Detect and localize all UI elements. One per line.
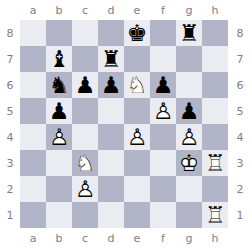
square-h6[interactable] <box>202 72 228 98</box>
square-a1[interactable] <box>20 202 46 228</box>
square-h1[interactable]: ♜♖ <box>202 202 228 228</box>
square-g8[interactable]: ♜ <box>176 20 202 46</box>
square-a4[interactable] <box>20 124 46 150</box>
square-f7[interactable] <box>150 46 176 72</box>
square-a2[interactable] <box>20 176 46 202</box>
file-label-bottom-a: a <box>20 228 46 249</box>
rank-label-left-7: 7 <box>0 46 20 72</box>
square-f6[interactable]: ♟ <box>150 72 176 98</box>
square-e4[interactable]: ♟♙ <box>124 124 150 150</box>
chess-diagram: abcdefgh8♚♜87♝♜76♞♟♟♞♘♟65♟♟♙♟54♟♙♟♙♟♙43♞… <box>0 0 252 249</box>
black-pawn-icon-g5[interactable]: ♟ <box>176 98 202 124</box>
square-h4[interactable] <box>202 124 228 150</box>
white-knight-outline: ♘ <box>124 72 150 98</box>
white-rook-icon-h3[interactable]: ♜♖ <box>202 150 228 176</box>
square-g2[interactable] <box>176 176 202 202</box>
square-a7[interactable] <box>20 46 46 72</box>
file-label-top-f: f <box>150 0 176 20</box>
file-label-bottom-h: h <box>202 228 228 249</box>
chess-board: abcdefgh8♚♜87♝♜76♞♟♟♞♘♟65♟♟♙♟54♟♙♟♙♟♙43♞… <box>0 0 252 249</box>
black-rook-icon-g8[interactable]: ♜ <box>176 20 202 46</box>
black-pawn-icon-b5[interactable]: ♟ <box>46 98 72 124</box>
rank-label-right-5: 5 <box>228 98 252 124</box>
rank-label-right-2: 2 <box>228 176 252 202</box>
square-a6[interactable] <box>20 72 46 98</box>
corner-bottom-right <box>228 228 252 249</box>
square-g6[interactable] <box>176 72 202 98</box>
square-e5[interactable] <box>124 98 150 124</box>
file-label-top-a: a <box>20 0 46 20</box>
white-pawn-outline: ♙ <box>176 124 202 150</box>
square-a8[interactable] <box>20 20 46 46</box>
file-label-bottom-g: g <box>176 228 202 249</box>
square-g7[interactable] <box>176 46 202 72</box>
square-a3[interactable] <box>20 150 46 176</box>
square-c4[interactable] <box>72 124 98 150</box>
black-pawn-icon-f6[interactable]: ♟ <box>150 72 176 98</box>
file-label-top-c: c <box>72 0 98 20</box>
corner-top-right <box>228 0 252 20</box>
black-king-icon-e8[interactable]: ♚ <box>124 20 150 46</box>
square-d1[interactable] <box>98 202 124 228</box>
white-pawn-icon-g4[interactable]: ♟♙ <box>176 124 202 150</box>
square-c1[interactable] <box>72 202 98 228</box>
square-e6[interactable]: ♞♘ <box>124 72 150 98</box>
black-pawn-icon-c6[interactable]: ♟ <box>72 72 98 98</box>
square-f2[interactable] <box>150 176 176 202</box>
white-rook-outline: ♖ <box>202 202 228 228</box>
square-c7[interactable] <box>72 46 98 72</box>
white-knight-icon-e6[interactable]: ♞♘ <box>124 72 150 98</box>
square-b6[interactable]: ♞ <box>46 72 72 98</box>
square-c2[interactable]: ♟♙ <box>72 176 98 202</box>
corner-bottom-left <box>0 228 20 249</box>
rank-label-left-6: 6 <box>0 72 20 98</box>
square-c6[interactable]: ♟ <box>72 72 98 98</box>
square-a5[interactable] <box>20 98 46 124</box>
rank-label-right-4: 4 <box>228 124 252 150</box>
rank-label-left-5: 5 <box>0 98 20 124</box>
square-f5[interactable]: ♟♙ <box>150 98 176 124</box>
square-h2[interactable] <box>202 176 228 202</box>
square-e7[interactable] <box>124 46 150 72</box>
white-pawn-icon-f5[interactable]: ♟♙ <box>150 98 176 124</box>
rank-label-right-8: 8 <box>228 20 252 46</box>
file-label-top-h: h <box>202 0 228 20</box>
white-king-outline: ♔ <box>176 150 202 176</box>
square-b3[interactable] <box>46 150 72 176</box>
square-c8[interactable] <box>72 20 98 46</box>
white-pawn-icon-e4[interactable]: ♟♙ <box>124 124 150 150</box>
square-c5[interactable] <box>72 98 98 124</box>
file-label-bottom-d: d <box>98 228 124 249</box>
rank-label-right-7: 7 <box>228 46 252 72</box>
file-label-bottom-e: e <box>124 228 150 249</box>
square-e8[interactable]: ♚ <box>124 20 150 46</box>
rank-label-left-8: 8 <box>0 20 20 46</box>
square-f8[interactable] <box>150 20 176 46</box>
white-pawn-icon-c2[interactable]: ♟♙ <box>72 176 98 202</box>
square-f3[interactable] <box>150 150 176 176</box>
file-label-top-d: d <box>98 0 124 20</box>
rank-label-right-3: 3 <box>228 150 252 176</box>
corner-top-left <box>0 0 20 20</box>
square-d2[interactable] <box>98 176 124 202</box>
square-b7[interactable]: ♝ <box>46 46 72 72</box>
square-g1[interactable] <box>176 202 202 228</box>
file-label-top-b: b <box>46 0 72 20</box>
file-label-top-g: g <box>176 0 202 20</box>
rank-label-left-4: 4 <box>0 124 20 150</box>
white-pawn-outline: ♙ <box>124 124 150 150</box>
square-e1[interactable] <box>124 202 150 228</box>
black-knight-icon-b6[interactable]: ♞ <box>46 72 72 98</box>
square-f1[interactable] <box>150 202 176 228</box>
square-g5[interactable]: ♟ <box>176 98 202 124</box>
rank-label-left-1: 1 <box>0 202 20 228</box>
square-b8[interactable] <box>46 20 72 46</box>
white-knight-icon-c3[interactable]: ♞♘ <box>72 150 98 176</box>
square-h3[interactable]: ♜♖ <box>202 150 228 176</box>
square-d5[interactable] <box>98 98 124 124</box>
square-d6[interactable]: ♟ <box>98 72 124 98</box>
square-h5[interactable] <box>202 98 228 124</box>
black-pawn-icon-d6[interactable]: ♟ <box>98 72 124 98</box>
file-label-bottom-c: c <box>72 228 98 249</box>
square-d3[interactable] <box>98 150 124 176</box>
rank-label-left-2: 2 <box>0 176 20 202</box>
file-label-bottom-b: b <box>46 228 72 249</box>
square-e2[interactable] <box>124 176 150 202</box>
white-king-icon-g3[interactable]: ♚♔ <box>176 150 202 176</box>
rank-label-right-6: 6 <box>228 72 252 98</box>
file-label-bottom-f: f <box>150 228 176 249</box>
square-d4[interactable] <box>98 124 124 150</box>
white-rook-icon-h1[interactable]: ♜♖ <box>202 202 228 228</box>
white-pawn-outline: ♙ <box>150 98 176 124</box>
file-label-top-e: e <box>124 0 150 20</box>
square-f4[interactable] <box>150 124 176 150</box>
rank-label-right-1: 1 <box>228 202 252 228</box>
square-e3[interactable] <box>124 150 150 176</box>
white-pawn-outline: ♙ <box>72 176 98 202</box>
square-d7[interactable]: ♜ <box>98 46 124 72</box>
square-b1[interactable] <box>46 202 72 228</box>
square-h8[interactable] <box>202 20 228 46</box>
white-pawn-outline: ♙ <box>46 124 72 150</box>
square-g4[interactable]: ♟♙ <box>176 124 202 150</box>
square-d8[interactable] <box>98 20 124 46</box>
square-c3[interactable]: ♞♘ <box>72 150 98 176</box>
black-rook-icon-d7[interactable]: ♜ <box>98 46 124 72</box>
white-knight-outline: ♘ <box>72 150 98 176</box>
rank-label-left-3: 3 <box>0 150 20 176</box>
white-pawn-icon-b4[interactable]: ♟♙ <box>46 124 72 150</box>
square-g3[interactable]: ♚♔ <box>176 150 202 176</box>
square-b5[interactable]: ♟ <box>46 98 72 124</box>
white-rook-outline: ♖ <box>202 150 228 176</box>
square-h7[interactable] <box>202 46 228 72</box>
square-b4[interactable]: ♟♙ <box>46 124 72 150</box>
black-bishop-icon-b7[interactable]: ♝ <box>46 46 72 72</box>
square-b2[interactable] <box>46 176 72 202</box>
